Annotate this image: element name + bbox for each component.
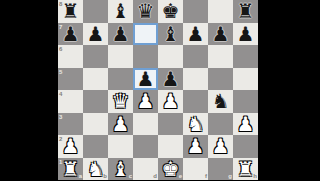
square-c5[interactable] [108, 68, 133, 91]
square-c8[interactable]: ♝ [108, 0, 133, 23]
square-f3[interactable]: ♞ [183, 113, 208, 136]
square-b7[interactable]: ♟ [83, 23, 108, 46]
file-label-a: a [79, 173, 82, 179]
file-label-g: g [228, 173, 232, 179]
piece-black-bishop-e7[interactable]: ♝ [158, 23, 183, 46]
piece-white-queen-c4[interactable]: ♛ [108, 90, 133, 113]
square-a6[interactable]: 6 [58, 45, 83, 68]
square-e4[interactable]: ♟ [158, 90, 183, 113]
square-b1[interactable]: b♞ [83, 158, 108, 181]
square-g4[interactable]: ♞ [208, 90, 233, 113]
square-g3[interactable] [208, 113, 233, 136]
piece-black-pawn-e5[interactable]: ♟ [158, 68, 183, 91]
square-e8[interactable]: ♚ [158, 0, 183, 23]
square-e1[interactable]: e♚ [158, 158, 183, 181]
square-d8[interactable]: ♛ [133, 0, 158, 23]
piece-black-rook-h8[interactable]: ♜ [233, 0, 258, 23]
square-a1[interactable]: 1a♜ [58, 158, 83, 181]
square-d3[interactable] [133, 113, 158, 136]
square-c6[interactable] [108, 45, 133, 68]
square-a2[interactable]: 2♟ [58, 135, 83, 158]
rank-label-4: 4 [59, 91, 62, 97]
square-h4[interactable] [233, 90, 258, 113]
square-d1[interactable]: d [133, 158, 158, 181]
square-d6[interactable] [133, 45, 158, 68]
piece-black-bishop-c8[interactable]: ♝ [108, 0, 133, 23]
square-b6[interactable] [83, 45, 108, 68]
square-b4[interactable] [83, 90, 108, 113]
letterbox-right [258, 0, 320, 180]
file-label-c: c [129, 173, 132, 179]
piece-white-pawn-h3[interactable]: ♟ [233, 113, 258, 136]
square-g1[interactable]: g [208, 158, 233, 181]
square-h8[interactable]: ♜ [233, 0, 258, 23]
square-f4[interactable] [183, 90, 208, 113]
square-d7[interactable] [133, 23, 158, 46]
square-d4[interactable]: ♟ [133, 90, 158, 113]
piece-black-king-e8[interactable]: ♚ [158, 0, 183, 23]
square-e7[interactable]: ♝ [158, 23, 183, 46]
file-label-h: h [253, 173, 257, 179]
rank-label-7: 7 [59, 24, 62, 30]
piece-black-pawn-h7[interactable]: ♟ [233, 23, 258, 46]
square-h3[interactable]: ♟ [233, 113, 258, 136]
square-g2[interactable]: ♟ [208, 135, 233, 158]
square-f6[interactable] [183, 45, 208, 68]
piece-white-pawn-c3[interactable]: ♟ [108, 113, 133, 136]
square-f1[interactable]: f [183, 158, 208, 181]
piece-black-knight-g4[interactable]: ♞ [208, 90, 233, 113]
square-a3[interactable]: 3 [58, 113, 83, 136]
rank-label-1: 1 [59, 159, 62, 165]
square-e3[interactable] [158, 113, 183, 136]
square-g5[interactable] [208, 68, 233, 91]
piece-black-pawn-d5[interactable]: ♟ [133, 68, 158, 91]
piece-white-pawn-f2[interactable]: ♟ [183, 135, 208, 158]
piece-white-pawn-e4[interactable]: ♟ [158, 90, 183, 113]
piece-black-pawn-f7[interactable]: ♟ [183, 23, 208, 46]
piece-black-pawn-c7[interactable]: ♟ [108, 23, 133, 46]
chess-board: 8♜♝♛♚♜7♟♟♟♝♟♟♟65♟♟4♛♟♟♞3♟♞♟2♟♟♟1a♜b♞c♝de… [58, 0, 258, 180]
piece-black-pawn-b7[interactable]: ♟ [83, 23, 108, 46]
rank-label-8: 8 [59, 1, 62, 7]
piece-white-pawn-d4[interactable]: ♟ [133, 90, 158, 113]
square-b5[interactable] [83, 68, 108, 91]
file-label-e: e [179, 173, 182, 179]
square-e6[interactable] [158, 45, 183, 68]
piece-black-queen-d8[interactable]: ♛ [133, 0, 158, 23]
square-h6[interactable] [233, 45, 258, 68]
rank-label-5: 5 [59, 69, 62, 75]
square-c4[interactable]: ♛ [108, 90, 133, 113]
square-f2[interactable]: ♟ [183, 135, 208, 158]
square-h2[interactable] [233, 135, 258, 158]
square-a5[interactable]: 5 [58, 68, 83, 91]
square-h1[interactable]: h♜ [233, 158, 258, 181]
rank-label-3: 3 [59, 114, 62, 120]
square-f5[interactable] [183, 68, 208, 91]
square-g6[interactable] [208, 45, 233, 68]
square-c7[interactable]: ♟ [108, 23, 133, 46]
piece-black-pawn-g7[interactable]: ♟ [208, 23, 233, 46]
square-a7[interactable]: 7♟ [58, 23, 83, 46]
square-h5[interactable] [233, 68, 258, 91]
square-a8[interactable]: 8♜ [58, 0, 83, 23]
square-h7[interactable]: ♟ [233, 23, 258, 46]
square-b8[interactable] [83, 0, 108, 23]
letterbox-left [0, 0, 58, 180]
square-b2[interactable] [83, 135, 108, 158]
square-d5[interactable]: ♟ [133, 68, 158, 91]
square-b3[interactable] [83, 113, 108, 136]
file-label-d: d [153, 173, 157, 179]
square-e2[interactable] [158, 135, 183, 158]
square-a4[interactable]: 4 [58, 90, 83, 113]
file-label-f: f [205, 173, 207, 179]
square-c3[interactable]: ♟ [108, 113, 133, 136]
rank-label-6: 6 [59, 46, 62, 52]
square-g8[interactable] [208, 0, 233, 23]
square-e5[interactable]: ♟ [158, 68, 183, 91]
piece-white-knight-f3[interactable]: ♞ [183, 113, 208, 136]
rank-label-2: 2 [59, 136, 62, 142]
square-g7[interactable]: ♟ [208, 23, 233, 46]
square-f8[interactable] [183, 0, 208, 23]
square-f7[interactable]: ♟ [183, 23, 208, 46]
square-d2[interactable] [133, 135, 158, 158]
piece-white-pawn-g2[interactable]: ♟ [208, 135, 233, 158]
video-frame: 8♜♝♛♚♜7♟♟♟♝♟♟♟65♟♟4♛♟♟♞3♟♞♟2♟♟♟1a♜b♞c♝de… [0, 0, 320, 180]
square-c2[interactable] [108, 135, 133, 158]
square-c1[interactable]: c♝ [108, 158, 133, 181]
file-label-b: b [103, 173, 107, 179]
